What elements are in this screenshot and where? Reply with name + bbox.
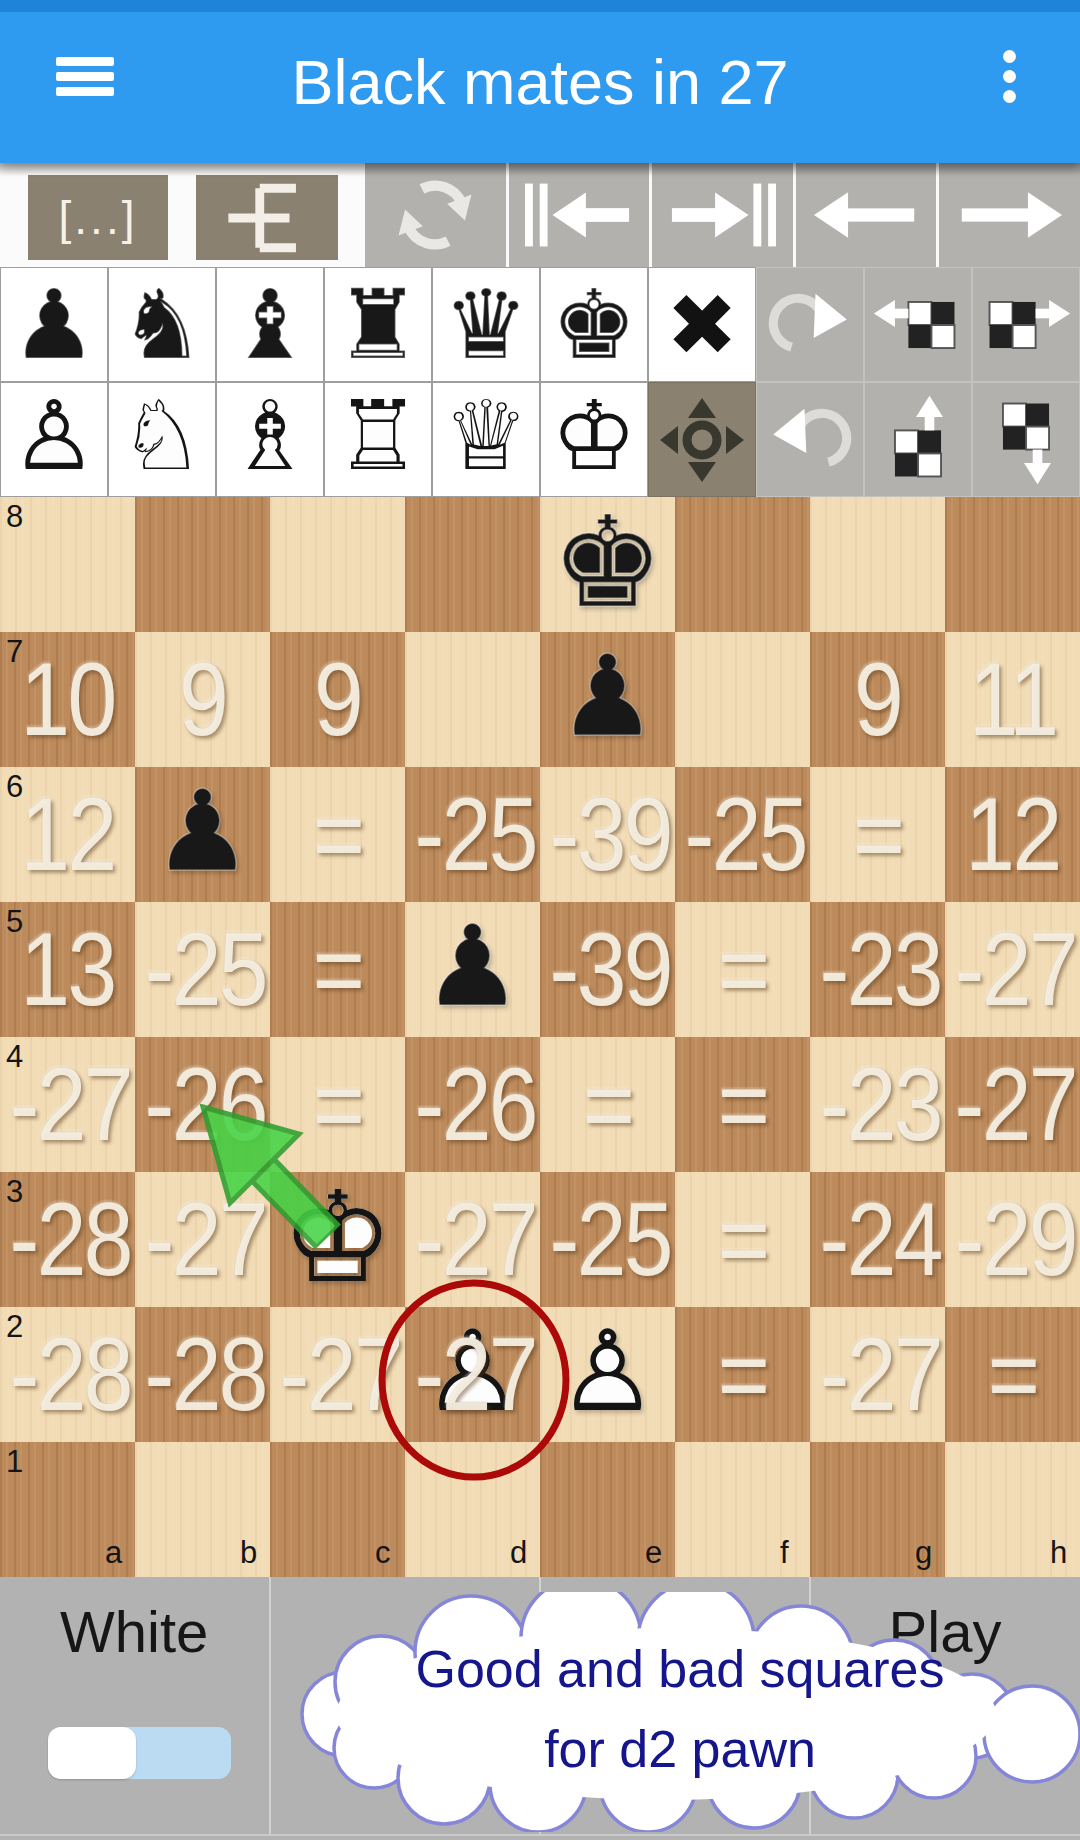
eval-label-a6: 12 [9,767,125,902]
side-label: White [60,1598,208,1665]
square-c8[interactable] [270,497,405,632]
palette-delete-tool[interactable]: ✖ [648,267,756,382]
step-back-button[interactable] [796,163,940,267]
square-g8[interactable] [810,497,945,632]
palette-white-knight[interactable]: ♞♘ [108,382,216,497]
piece-wk-c3[interactable]: ♚♔ [270,1172,405,1307]
eval-label-a5: 13 [9,902,125,1037]
move-tool-button[interactable] [648,382,756,497]
piece-palette: ♟ ♞ ♝ ♜ ♛ ♚ ✖ ♟♙ ♞♘ [0,267,1080,497]
app-screen: Black mates in 27 [...] [0,0,1080,1840]
square-h8[interactable] [945,497,1080,632]
status-strip [0,0,1080,12]
arrow-left-icon [814,183,918,247]
eval-label-c7: 9 [279,632,395,767]
file-label-g: g [915,1535,932,1571]
eval-label-e5: -39 [549,902,665,1037]
eval-label-h6: 12 [954,767,1070,902]
eval-label-a4: -27 [9,1037,125,1172]
file-label-e: e [645,1535,662,1571]
eval-label-g2: -27 [819,1307,935,1442]
undo-icon [764,394,856,486]
engine-icon [225,181,309,255]
eval-label-f6: -25 [684,767,800,902]
eval-label-g3: -24 [819,1172,935,1307]
eval-label-h7: 11 [954,632,1070,767]
file-label-f: f [780,1535,789,1571]
speech-cloud [266,1592,1080,1832]
pan-move-icon [654,392,750,488]
piece-bp-b6[interactable]: ♟ [135,767,270,902]
eval-label-f4: = [684,1037,800,1172]
eval-label-e3: -25 [549,1172,665,1307]
shift-board-up-button[interactable] [864,382,972,497]
eval-label-c4: = [279,1037,395,1172]
step-forward-button[interactable] [939,163,1080,267]
eval-label-b3: -27 [144,1172,260,1307]
app-header: Black mates in 27 [0,0,1080,163]
eval-label-b2: -28 [144,1307,260,1442]
square-f1[interactable] [675,1442,810,1577]
piece-bp-e7[interactable]: ♟ [540,632,675,767]
palette-white-queen[interactable]: ♛♕ [432,382,540,497]
palette-black-bishop[interactable]: ♝ [216,267,324,382]
toggle-thumb [48,1727,136,1779]
bubble-text-line1: Good and bad squares [290,1639,1070,1699]
square-f8[interactable] [675,497,810,632]
page-title: Black mates in 27 [0,46,1080,118]
palette-black-knight[interactable]: ♞ [108,267,216,382]
eval-label-a3: -28 [9,1172,125,1307]
palette-white-pawn[interactable]: ♟♙ [0,382,108,497]
eval-label-h5: -27 [954,902,1070,1037]
eval-label-d3: -27 [414,1172,530,1307]
square-b8[interactable] [135,497,270,632]
go-to-end-button[interactable] [652,163,796,267]
toolbar: [...] [0,163,1080,267]
file-label-a: a [105,1535,122,1571]
square-d8[interactable] [405,497,540,632]
delete-icon: ✖ [666,275,738,375]
piece-wp-e2[interactable]: ♟♙ [540,1307,675,1442]
eval-label-h4: -27 [954,1037,1070,1172]
eval-label-c6: = [279,767,395,902]
eval-label-a2: -28 [9,1307,125,1442]
eval-label-d4: -26 [414,1037,530,1172]
shift-board-right-button[interactable] [972,267,1080,382]
divider [0,1834,1080,1836]
eval-label-g6: = [819,767,935,902]
eval-label-d2: -27 [414,1307,530,1442]
side-toggle[interactable] [48,1727,231,1779]
file-label-d: d [510,1535,527,1571]
moves-list-button[interactable]: [...] [28,175,168,260]
flip-board-button[interactable] [365,163,509,267]
eval-label-c2: -27 [279,1307,395,1442]
eval-label-f5: = [684,902,800,1037]
redo-icon [764,279,856,371]
navigation-group [365,163,1080,267]
board-shift-right-icon [978,285,1074,365]
eval-label-c5: = [279,902,395,1037]
eval-label-b7: 9 [144,632,260,767]
shift-board-down-button[interactable] [972,382,1080,497]
brackets-icon: [...] [59,191,138,245]
eval-label-g5: -23 [819,902,935,1037]
skip-to-start-icon [525,183,633,247]
skip-to-end-icon [668,183,776,247]
palette-black-pawn[interactable]: ♟ [0,267,108,382]
overflow-menu-icon[interactable] [994,50,1024,112]
undo-button[interactable] [756,382,864,497]
eval-label-h3: -29 [954,1172,1070,1307]
eval-label-f3: = [684,1172,800,1307]
eval-label-a7: 10 [9,632,125,767]
eval-label-h2: = [954,1307,1070,1442]
bottom-bar: White Play Good and bad squares for d2 p… [0,1577,1080,1840]
bubble-text-line2: for d2 pawn [290,1719,1070,1779]
engine-button[interactable] [196,175,338,260]
eval-label-b4: -26 [144,1037,260,1172]
palette-white-bishop[interactable]: ♝♗ [216,382,324,497]
eval-label-b5: -25 [144,902,260,1037]
piece-bp-d5[interactable]: ♟ [405,902,540,1037]
square-d7[interactable] [405,632,540,767]
chess-board: 87654321abcdefgh♚♟♟♟♚♔♟♙♟♙109991112=-25-… [0,497,1080,1577]
eval-label-g7: 9 [819,632,935,767]
eval-label-g4: -23 [819,1037,935,1172]
redo-button[interactable] [756,267,864,382]
file-label-b: b [240,1535,257,1571]
shift-board-left-button[interactable] [864,267,972,382]
go-to-start-button[interactable] [509,163,653,267]
square-f7[interactable] [675,632,810,767]
arrow-right-icon [958,183,1062,247]
eval-label-f2: = [684,1307,800,1442]
piece-bk-e8[interactable]: ♚ [540,497,675,632]
board-shift-up-icon [878,392,958,488]
board-shift-left-icon [870,285,966,365]
rotate-icon [392,172,478,258]
palette-black-queen[interactable]: ♛ [432,267,540,382]
eval-label-d6: -25 [414,767,530,902]
board-shift-down-icon [986,392,1066,488]
eval-label-e4: = [549,1037,665,1172]
palette-black-rook[interactable]: ♜ [324,267,432,382]
file-label-h: h [1050,1535,1067,1571]
palette-black-king[interactable]: ♚ [540,267,648,382]
rank-label-8: 8 [6,499,23,535]
eval-label-e6: -39 [549,767,665,902]
palette-white-rook[interactable]: ♜♖ [324,382,432,497]
rank-label-1: 1 [6,1444,23,1480]
palette-white-king[interactable]: ♚♔ [540,382,648,497]
file-label-c: c [375,1535,391,1571]
